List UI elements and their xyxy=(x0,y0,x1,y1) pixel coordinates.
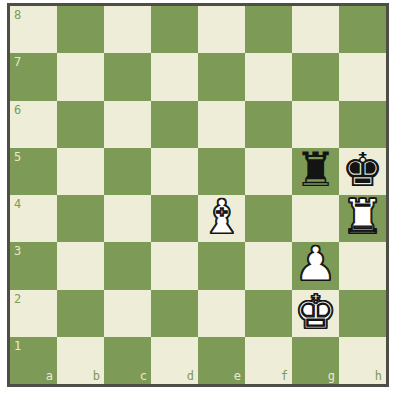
square-d4[interactable] xyxy=(151,195,198,242)
rank-label-1: 1 xyxy=(14,340,21,352)
square-g7[interactable] xyxy=(292,53,339,100)
square-e7[interactable] xyxy=(198,53,245,100)
file-label-a: a xyxy=(46,370,53,382)
square-c1[interactable]: c xyxy=(104,337,151,384)
square-f4[interactable] xyxy=(245,195,292,242)
square-f2[interactable] xyxy=(245,290,292,337)
square-a2[interactable]: 2 xyxy=(10,290,57,337)
square-h2[interactable] xyxy=(339,290,386,337)
square-a5[interactable]: 5 xyxy=(10,148,57,195)
square-h6[interactable] xyxy=(339,101,386,148)
file-label-f: f xyxy=(281,370,288,382)
square-g8[interactable] xyxy=(292,6,339,53)
square-a4[interactable]: 4 xyxy=(10,195,57,242)
square-b5[interactable] xyxy=(57,148,104,195)
white-king-g2[interactable]: ♚ xyxy=(294,288,336,335)
square-a3[interactable]: 3 xyxy=(10,242,57,289)
rank-label-5: 5 xyxy=(14,151,21,163)
square-a6[interactable]: 6 xyxy=(10,101,57,148)
square-f7[interactable] xyxy=(245,53,292,100)
square-d6[interactable] xyxy=(151,101,198,148)
square-a1[interactable]: 1a xyxy=(10,337,57,384)
square-f8[interactable] xyxy=(245,6,292,53)
rank-label-2: 2 xyxy=(14,293,21,305)
white-rook-h4[interactable]: ♜ xyxy=(341,193,383,240)
file-label-c: c xyxy=(140,370,147,382)
square-h8[interactable] xyxy=(339,6,386,53)
rank-label-8: 8 xyxy=(14,9,21,21)
square-e1[interactable]: e xyxy=(198,337,245,384)
square-d3[interactable] xyxy=(151,242,198,289)
square-b4[interactable] xyxy=(57,195,104,242)
square-h1[interactable]: h xyxy=(339,337,386,384)
square-h7[interactable] xyxy=(339,53,386,100)
file-label-d: d xyxy=(187,370,194,382)
square-h5[interactable]: ♚ xyxy=(339,148,386,195)
square-c7[interactable] xyxy=(104,53,151,100)
white-pawn-g3[interactable]: ♟ xyxy=(294,240,336,287)
square-g2[interactable]: ♚ xyxy=(292,290,339,337)
square-c4[interactable] xyxy=(104,195,151,242)
square-c6[interactable] xyxy=(104,101,151,148)
rank-label-4: 4 xyxy=(14,198,21,210)
square-f5[interactable] xyxy=(245,148,292,195)
square-e5[interactable] xyxy=(198,148,245,195)
square-e4[interactable]: ♝ xyxy=(198,195,245,242)
square-e2[interactable] xyxy=(198,290,245,337)
square-g5[interactable]: ♜ xyxy=(292,148,339,195)
page: 8765♜♚4♝♜3♟2♚1abcdefgh xyxy=(0,0,399,400)
square-d1[interactable]: d xyxy=(151,337,198,384)
square-h3[interactable] xyxy=(339,242,386,289)
square-b3[interactable] xyxy=(57,242,104,289)
square-a7[interactable]: 7 xyxy=(10,53,57,100)
white-bishop-e4[interactable]: ♝ xyxy=(200,193,242,240)
file-label-b: b xyxy=(93,370,100,382)
square-b1[interactable]: b xyxy=(57,337,104,384)
square-f6[interactable] xyxy=(245,101,292,148)
file-label-g: g xyxy=(328,370,335,382)
rank-label-6: 6 xyxy=(14,104,21,116)
chess-board: 8765♜♚4♝♜3♟2♚1abcdefgh xyxy=(7,3,389,387)
rank-label-7: 7 xyxy=(14,56,21,68)
square-g4[interactable] xyxy=(292,195,339,242)
file-label-e: e xyxy=(234,370,241,382)
square-d8[interactable] xyxy=(151,6,198,53)
square-h4[interactable]: ♜ xyxy=(339,195,386,242)
square-e3[interactable] xyxy=(198,242,245,289)
rank-label-3: 3 xyxy=(14,245,21,257)
square-f3[interactable] xyxy=(245,242,292,289)
square-e8[interactable] xyxy=(198,6,245,53)
square-c2[interactable] xyxy=(104,290,151,337)
file-label-h: h xyxy=(375,370,382,382)
square-d2[interactable] xyxy=(151,290,198,337)
black-king-h5[interactable]: ♚ xyxy=(341,146,383,193)
square-b6[interactable] xyxy=(57,101,104,148)
square-c8[interactable] xyxy=(104,6,151,53)
square-e6[interactable] xyxy=(198,101,245,148)
square-g6[interactable] xyxy=(292,101,339,148)
square-b8[interactable] xyxy=(57,6,104,53)
square-c3[interactable] xyxy=(104,242,151,289)
square-d5[interactable] xyxy=(151,148,198,195)
square-a8[interactable]: 8 xyxy=(10,6,57,53)
square-f1[interactable]: f xyxy=(245,337,292,384)
square-b7[interactable] xyxy=(57,53,104,100)
square-b2[interactable] xyxy=(57,290,104,337)
black-rook-g5[interactable]: ♜ xyxy=(294,146,336,193)
square-d7[interactable] xyxy=(151,53,198,100)
square-g3[interactable]: ♟ xyxy=(292,242,339,289)
square-g1[interactable]: g xyxy=(292,337,339,384)
square-c5[interactable] xyxy=(104,148,151,195)
